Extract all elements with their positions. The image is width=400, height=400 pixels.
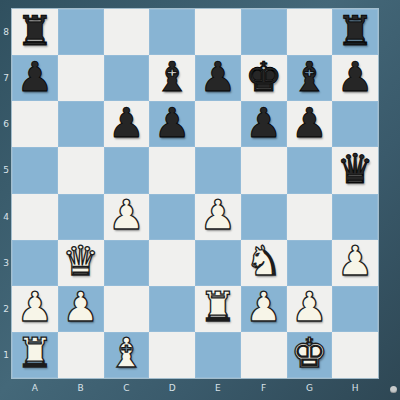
square-g5[interactable] <box>287 147 333 193</box>
square-d4[interactable] <box>149 194 195 240</box>
square-b4[interactable] <box>58 194 104 240</box>
chess-board: ♜♜♟♝♟♚♝♟♟♟♟♟♛♟♟♛♞♟♟♟♜♟♟♜♝♚ <box>12 9 378 378</box>
square-b5[interactable] <box>58 147 104 193</box>
piece-white-pawn: ♟ <box>245 287 282 328</box>
piece-white-king: ♚ <box>291 333 328 374</box>
square-a7[interactable]: ♟ <box>12 55 58 101</box>
piece-black-pawn: ♟ <box>337 57 374 98</box>
piece-white-pawn: ♟ <box>62 287 99 328</box>
square-d8[interactable] <box>149 9 195 55</box>
square-e7[interactable]: ♟ <box>195 55 241 101</box>
square-h1[interactable] <box>332 332 378 378</box>
square-h6[interactable] <box>332 101 378 147</box>
file-label: H <box>332 378 378 398</box>
piece-white-pawn: ♟ <box>291 287 328 328</box>
piece-black-pawn: ♟ <box>154 103 191 144</box>
square-c7[interactable] <box>104 55 150 101</box>
square-b6[interactable] <box>58 101 104 147</box>
square-b3[interactable]: ♛ <box>58 240 104 286</box>
square-f4[interactable] <box>241 194 287 240</box>
square-g4[interactable] <box>287 194 333 240</box>
piece-white-rook: ♜ <box>16 333 53 374</box>
square-d6[interactable]: ♟ <box>149 101 195 147</box>
file-label: C <box>104 378 150 398</box>
piece-black-bishop: ♝ <box>291 57 328 98</box>
square-e5[interactable] <box>195 147 241 193</box>
piece-black-pawn: ♟ <box>199 57 236 98</box>
square-d7[interactable]: ♝ <box>149 55 195 101</box>
file-label: B <box>58 378 104 398</box>
square-f3[interactable]: ♞ <box>241 240 287 286</box>
rank-label: 2 <box>0 286 12 332</box>
corner-dot <box>390 386 397 393</box>
square-g1[interactable]: ♚ <box>287 332 333 378</box>
file-labels: ABCDEFGH <box>12 378 378 398</box>
rank-label: 8 <box>0 9 12 55</box>
square-d2[interactable] <box>149 286 195 332</box>
square-c4[interactable]: ♟ <box>104 194 150 240</box>
rank-label: 1 <box>0 332 12 378</box>
square-e3[interactable] <box>195 240 241 286</box>
file-label: F <box>241 378 287 398</box>
square-g3[interactable] <box>287 240 333 286</box>
square-h2[interactable] <box>332 286 378 332</box>
square-f8[interactable] <box>241 9 287 55</box>
rank-label: 4 <box>0 194 12 240</box>
piece-white-knight: ♞ <box>245 241 282 282</box>
square-f1[interactable] <box>241 332 287 378</box>
square-e6[interactable] <box>195 101 241 147</box>
rank-label: 7 <box>0 55 12 101</box>
square-b2[interactable]: ♟ <box>58 286 104 332</box>
square-c6[interactable]: ♟ <box>104 101 150 147</box>
piece-white-rook: ♜ <box>199 287 236 328</box>
piece-white-pawn: ♟ <box>199 195 236 236</box>
piece-black-pawn: ♟ <box>245 103 282 144</box>
square-f2[interactable]: ♟ <box>241 286 287 332</box>
piece-black-queen: ♛ <box>337 149 374 190</box>
square-c3[interactable] <box>104 240 150 286</box>
square-c8[interactable] <box>104 9 150 55</box>
square-a4[interactable] <box>12 194 58 240</box>
square-g8[interactable] <box>287 9 333 55</box>
piece-black-rook: ♜ <box>16 11 53 52</box>
square-e1[interactable] <box>195 332 241 378</box>
square-g7[interactable]: ♝ <box>287 55 333 101</box>
rank-labels: 87654321 <box>0 9 12 378</box>
square-b1[interactable] <box>58 332 104 378</box>
square-d5[interactable] <box>149 147 195 193</box>
square-d3[interactable] <box>149 240 195 286</box>
square-b8[interactable] <box>58 9 104 55</box>
square-c1[interactable]: ♝ <box>104 332 150 378</box>
piece-white-pawn: ♟ <box>108 195 145 236</box>
square-a5[interactable] <box>12 147 58 193</box>
rank-label: 5 <box>0 147 12 193</box>
square-h5[interactable]: ♛ <box>332 147 378 193</box>
square-g2[interactable]: ♟ <box>287 286 333 332</box>
square-h3[interactable]: ♟ <box>332 240 378 286</box>
square-d1[interactable] <box>149 332 195 378</box>
piece-black-pawn: ♟ <box>16 57 53 98</box>
board-frame: 87654321 ♜♜♟♝♟♚♝♟♟♟♟♟♛♟♟♛♞♟♟♟♜♟♟♜♝♚ ABCD… <box>0 0 400 400</box>
file-label: D <box>149 378 195 398</box>
square-a6[interactable] <box>12 101 58 147</box>
square-c2[interactable] <box>104 286 150 332</box>
rank-label: 6 <box>0 101 12 147</box>
square-f5[interactable] <box>241 147 287 193</box>
piece-black-king: ♚ <box>245 57 282 98</box>
piece-black-bishop: ♝ <box>154 57 191 98</box>
square-h4[interactable] <box>332 194 378 240</box>
piece-white-pawn: ♟ <box>337 241 374 282</box>
piece-white-queen: ♛ <box>62 241 99 282</box>
piece-white-bishop: ♝ <box>108 333 145 374</box>
file-label: A <box>12 378 58 398</box>
square-h7[interactable]: ♟ <box>332 55 378 101</box>
square-a3[interactable] <box>12 240 58 286</box>
square-c5[interactable] <box>104 147 150 193</box>
square-a1[interactable]: ♜ <box>12 332 58 378</box>
square-e4[interactable]: ♟ <box>195 194 241 240</box>
file-label: G <box>287 378 333 398</box>
square-h8[interactable]: ♜ <box>332 9 378 55</box>
square-f6[interactable]: ♟ <box>241 101 287 147</box>
piece-black-pawn: ♟ <box>291 103 328 144</box>
square-a2[interactable]: ♟ <box>12 286 58 332</box>
square-g6[interactable]: ♟ <box>287 101 333 147</box>
square-a8[interactable]: ♜ <box>12 9 58 55</box>
file-label: E <box>195 378 241 398</box>
square-e2[interactable]: ♜ <box>195 286 241 332</box>
piece-black-rook: ♜ <box>337 11 374 52</box>
piece-white-pawn: ♟ <box>16 287 53 328</box>
rank-label: 3 <box>0 240 12 286</box>
piece-black-pawn: ♟ <box>108 103 145 144</box>
square-e8[interactable] <box>195 9 241 55</box>
square-f7[interactable]: ♚ <box>241 55 287 101</box>
square-b7[interactable] <box>58 55 104 101</box>
